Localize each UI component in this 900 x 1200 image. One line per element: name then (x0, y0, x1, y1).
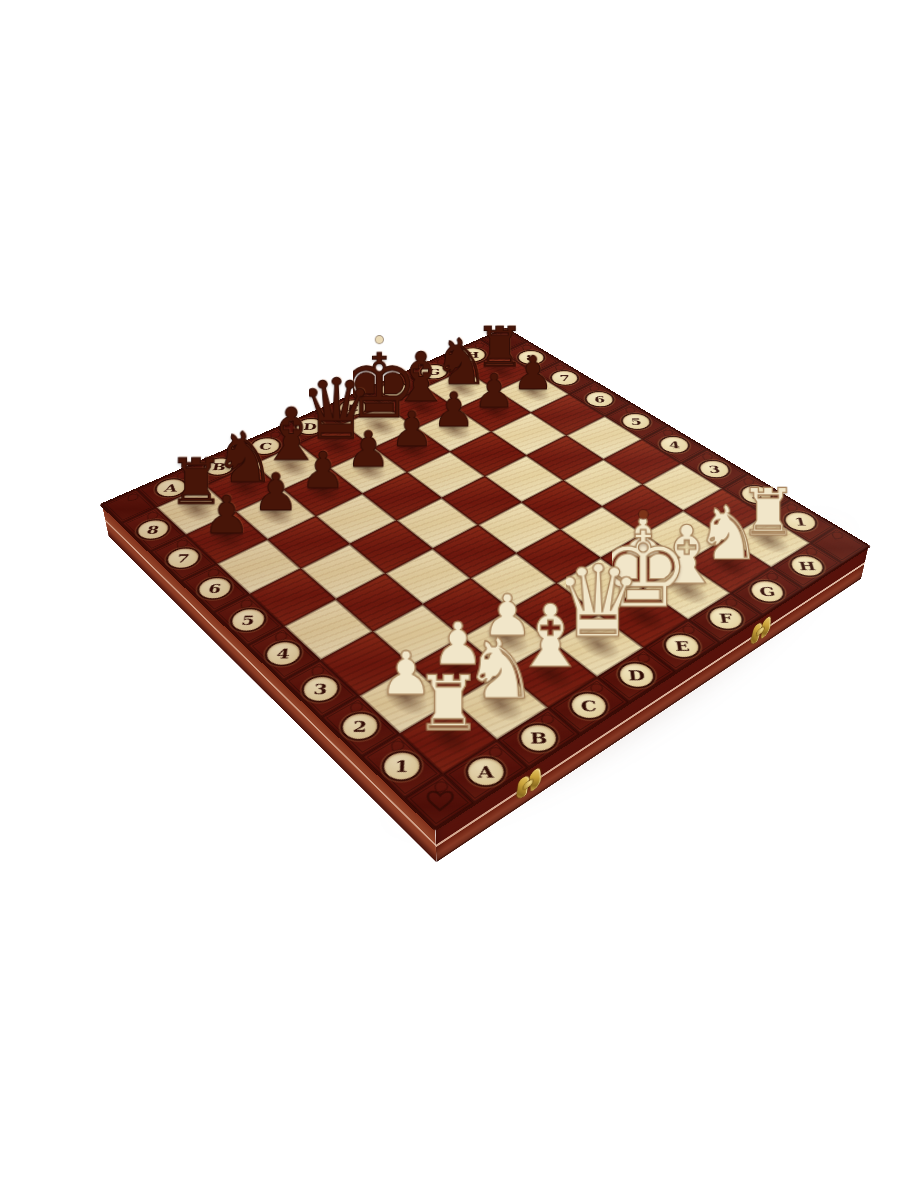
piece-contact-shadow (355, 411, 403, 440)
coordinate-disc: F (381, 382, 408, 396)
coordinate-disc: 2 (342, 713, 378, 738)
coordinate-disc: H (460, 348, 485, 361)
piece-contact-shadow (417, 712, 481, 761)
product-photo-white-backdrop: { "game": "chess", "scene": { "type": "p… (0, 0, 900, 1200)
coordinate-disc: 2 (740, 486, 773, 503)
chess-board: 87654321HHGGFFEEDDCCBBAA87654321 ♜♞♝♛♚♝♞… (102, 329, 869, 829)
piece-contact-shadow (437, 375, 484, 402)
coordinate-disc: A (468, 758, 504, 785)
piece-contact-shadow (429, 415, 478, 444)
piece-contact-shadow (476, 358, 523, 384)
coordinate-disc: 4 (265, 642, 301, 664)
coordinate-disc: 6 (197, 578, 232, 598)
piece-contact-shadow (509, 378, 557, 405)
coordinate-disc: G (421, 365, 447, 378)
coordinate-disc: D (619, 663, 655, 686)
coordinate-disc: 1 (383, 752, 420, 779)
coordinate-disc: H (789, 556, 825, 575)
piece-contact-shadow (397, 393, 445, 421)
coordinate-disc: 8 (519, 351, 544, 364)
heart-ornament (419, 785, 461, 817)
coordinate-disc: 1 (783, 512, 817, 530)
piece-contact-shadow (387, 434, 437, 464)
coordinate-disc: 7 (552, 371, 578, 385)
black-king-finial (376, 336, 383, 343)
coordinate-disc: 5 (622, 414, 651, 429)
coordinate-disc: D (296, 419, 325, 434)
coordinate-disc: B (204, 458, 235, 474)
coordinate-disc: 7 (166, 548, 201, 567)
coordinate-disc: F (708, 607, 744, 628)
coordinate-disc: E (339, 400, 367, 414)
coordinate-disc: C (250, 438, 280, 454)
coordinate-disc: 3 (303, 676, 339, 700)
coordinate-disc: E (664, 634, 700, 656)
coordinate-disc: A (155, 479, 188, 496)
latch-wing (516, 774, 530, 801)
coordinate-disc: C (571, 693, 607, 717)
coordinate-disc: B (521, 724, 557, 750)
coordinate-disc: 4 (660, 437, 690, 453)
coordinate-disc: 5 (230, 609, 265, 630)
coordinate-disc: 3 (699, 461, 730, 477)
coordinate-disc: 8 (136, 520, 170, 538)
coordinate-disc: 6 (586, 392, 613, 406)
coordinate-disc: G (750, 581, 786, 601)
